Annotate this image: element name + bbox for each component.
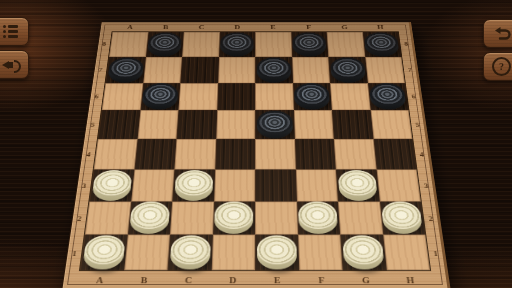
square-d8[interactable]	[219, 32, 256, 57]
square-e2[interactable]	[255, 201, 298, 235]
white-piece-c1[interactable]	[169, 235, 210, 269]
square-d1[interactable]	[211, 235, 255, 271]
square-b3[interactable]	[131, 169, 175, 201]
square-a2[interactable]	[85, 201, 131, 235]
black-piece-e7[interactable]	[257, 57, 291, 82]
sound-button[interactable]	[0, 50, 29, 79]
file-label-top-d: D	[219, 22, 255, 31]
square-f8[interactable]	[291, 32, 328, 57]
square-d7[interactable]	[218, 57, 255, 83]
piece-top	[257, 111, 293, 134]
square-b8[interactable]	[146, 32, 184, 57]
square-e3[interactable]	[255, 169, 296, 201]
play-area	[79, 31, 431, 271]
square-h4[interactable]	[373, 139, 416, 169]
file-label-e: E	[255, 271, 300, 288]
undo-button[interactable]	[483, 19, 512, 48]
rank-label-right-8: 8	[399, 31, 414, 56]
file-label-top-b: B	[148, 22, 185, 31]
file-labels-top: ABCDEFGH	[112, 22, 399, 31]
file-label-h: H	[387, 271, 433, 288]
file-label-top-g: G	[326, 22, 362, 31]
square-d2[interactable]	[212, 201, 255, 235]
square-a3[interactable]	[89, 169, 134, 201]
square-g6[interactable]	[330, 83, 370, 110]
square-e8[interactable]	[255, 32, 292, 57]
black-piece-g7[interactable]	[330, 57, 366, 82]
file-label-f: F	[299, 271, 344, 288]
square-d3[interactable]	[214, 169, 255, 201]
file-label-b: B	[121, 271, 167, 288]
black-piece-h8[interactable]	[364, 32, 400, 56]
square-c7[interactable]	[180, 57, 218, 83]
file-label-top-h: H	[362, 22, 399, 31]
question-mark-icon: ?	[492, 57, 511, 76]
piece-top	[298, 202, 338, 229]
square-a8[interactable]	[109, 32, 148, 57]
square-g3[interactable]	[336, 169, 380, 201]
square-h5[interactable]	[370, 110, 412, 139]
square-b6[interactable]	[140, 83, 180, 110]
square-g4[interactable]	[334, 139, 376, 169]
white-piece-h2[interactable]	[381, 202, 423, 234]
square-c3[interactable]	[172, 169, 215, 201]
file-label-top-e: E	[255, 22, 291, 31]
piece-top	[170, 235, 211, 264]
checkers-board: ABCDEFGH ABCDEFGH 87654321 87654321	[61, 22, 451, 288]
file-label-top-f: F	[291, 22, 327, 31]
square-b4[interactable]	[134, 139, 176, 169]
speaker-icon	[2, 58, 20, 72]
square-e1[interactable]	[255, 235, 299, 271]
square-f7[interactable]	[292, 57, 330, 83]
piece-top	[369, 83, 406, 105]
square-f4[interactable]	[294, 139, 335, 169]
square-d6[interactable]	[217, 83, 255, 110]
square-d4[interactable]	[215, 139, 255, 169]
piece-top	[294, 83, 330, 105]
square-g7[interactable]	[328, 57, 367, 83]
square-b7[interactable]	[143, 57, 182, 83]
file-label-top-a: A	[112, 22, 149, 31]
square-h7[interactable]	[365, 57, 405, 83]
help-button[interactable]: ?	[483, 52, 512, 81]
black-piece-b8[interactable]	[147, 32, 182, 56]
white-piece-a1[interactable]	[82, 235, 126, 269]
menu-button[interactable]	[0, 17, 29, 46]
rank-label-right-7: 7	[402, 56, 417, 82]
white-piece-d2[interactable]	[214, 202, 253, 234]
white-piece-g1[interactable]	[342, 235, 385, 269]
white-piece-f2[interactable]	[298, 202, 338, 234]
undo-arrow-icon	[493, 26, 511, 42]
square-a6[interactable]	[102, 83, 143, 110]
white-piece-a3[interactable]	[91, 170, 132, 201]
square-h3[interactable]	[376, 169, 421, 201]
black-piece-a7[interactable]	[107, 57, 144, 82]
square-h6[interactable]	[367, 83, 408, 110]
black-piece-e5[interactable]	[257, 111, 293, 139]
black-piece-b6[interactable]	[142, 83, 179, 109]
black-piece-f8[interactable]	[292, 32, 326, 56]
square-a1[interactable]	[80, 235, 127, 271]
square-c4[interactable]	[174, 139, 215, 169]
square-f5[interactable]	[293, 110, 333, 139]
black-piece-f6[interactable]	[294, 83, 330, 109]
square-g5[interactable]	[332, 110, 373, 139]
rank-label-right-5: 5	[409, 110, 425, 139]
piece-top	[257, 235, 297, 264]
white-piece-b2[interactable]	[129, 202, 170, 234]
piece-top	[342, 235, 384, 264]
square-a7[interactable]	[105, 57, 145, 83]
piece-top	[257, 57, 291, 78]
square-e7[interactable]	[255, 57, 292, 83]
square-g1[interactable]	[340, 235, 386, 271]
square-h8[interactable]	[362, 32, 401, 57]
square-f3[interactable]	[295, 169, 337, 201]
square-h2[interactable]	[379, 201, 425, 235]
square-b1[interactable]	[124, 235, 170, 271]
file-label-top-c: C	[183, 22, 219, 31]
square-e4[interactable]	[255, 139, 295, 169]
square-f1[interactable]	[298, 235, 343, 271]
file-label-g: G	[343, 271, 389, 288]
square-c1[interactable]	[167, 235, 212, 271]
square-g8[interactable]	[327, 32, 365, 57]
white-piece-e1[interactable]	[257, 235, 297, 269]
square-c6[interactable]	[178, 83, 217, 110]
white-piece-c3[interactable]	[174, 170, 213, 201]
black-piece-d8[interactable]	[220, 32, 254, 56]
black-piece-h6[interactable]	[369, 83, 407, 109]
square-b5[interactable]	[137, 110, 178, 139]
square-a4[interactable]	[94, 139, 137, 169]
square-c5[interactable]	[176, 110, 216, 139]
square-e6[interactable]	[255, 83, 293, 110]
square-c2[interactable]	[170, 201, 214, 235]
square-h1[interactable]	[383, 235, 430, 271]
square-c8[interactable]	[182, 32, 219, 57]
square-a5[interactable]	[98, 110, 140, 139]
piece-top	[214, 202, 253, 229]
piece-top	[330, 57, 366, 78]
file-label-d: D	[210, 271, 255, 288]
menu-list-icon	[3, 25, 18, 38]
square-f2[interactable]	[296, 201, 340, 235]
rank-label-right-4: 4	[413, 139, 430, 169]
square-e5[interactable]	[255, 110, 294, 139]
rank-label-right-6: 6	[406, 83, 422, 111]
square-g2[interactable]	[338, 201, 383, 235]
file-labels-bottom: ABCDEFGH	[76, 271, 433, 288]
white-piece-g3[interactable]	[337, 170, 377, 201]
square-f6[interactable]	[293, 83, 332, 110]
square-d5[interactable]	[216, 110, 255, 139]
file-label-a: A	[76, 271, 122, 288]
square-b2[interactable]	[127, 201, 172, 235]
file-label-c: C	[166, 271, 211, 288]
